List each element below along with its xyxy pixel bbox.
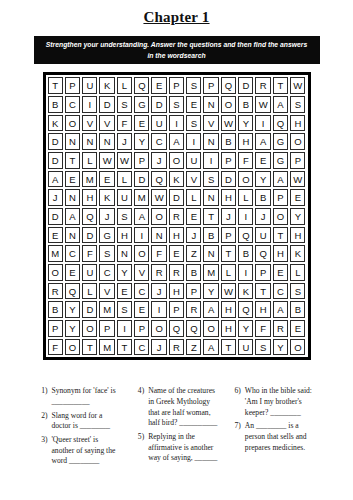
grid-cell: E — [186, 96, 201, 113]
grid-cell: A — [203, 301, 218, 318]
grid-cell: A — [48, 171, 63, 188]
question-text: Replying in the affirmative is another w… — [148, 432, 218, 464]
grid-cell: J — [151, 152, 166, 169]
grid-cell: P — [134, 152, 149, 169]
grid-cell: I — [82, 96, 97, 113]
grid-cell: I — [151, 301, 166, 318]
grid-cell: E — [169, 245, 184, 262]
grid-cell: O — [290, 339, 305, 356]
grid-cell: L — [186, 189, 201, 206]
grid-cell: I — [169, 115, 184, 132]
grid-cell: S — [255, 339, 270, 356]
grid-cell: E — [65, 264, 80, 281]
grid-cell: C — [65, 96, 80, 113]
grid-cell: V — [99, 283, 114, 300]
grid-cell: I — [117, 320, 132, 337]
grid-cell: W — [221, 283, 236, 300]
grid-cell: P — [203, 77, 218, 94]
grid-cell: T — [273, 77, 288, 94]
grid-cell: O — [134, 245, 149, 262]
grid-cell: T — [82, 339, 97, 356]
grid-cell: R — [48, 283, 63, 300]
grid-cell: F — [48, 339, 63, 356]
grid-cell: Q — [151, 171, 166, 188]
grid-cell: D — [48, 152, 63, 169]
question-item: 4)Name of the creatures in Greek Mytholo… — [135, 386, 218, 429]
grid-cell: S — [186, 115, 201, 132]
grid-cell: F — [255, 320, 270, 337]
grid-cell: R — [273, 320, 288, 337]
grid-cell: D — [169, 189, 184, 206]
grid-cell: V — [134, 264, 149, 281]
wordsearch-grid: TPUKLQEPSPQDRTWBCIDSGDSENOBWASKOVVFEUISV… — [43, 72, 311, 360]
grid-cell: R — [151, 264, 166, 281]
grid-cell: C — [134, 283, 149, 300]
grid-cell: J — [221, 208, 236, 225]
grid-cell: Q — [186, 320, 201, 337]
grid-cell: W — [117, 152, 132, 169]
question-item: 3)'Queer street' is another of saying th… — [39, 435, 122, 467]
grid-cell: H — [169, 227, 184, 244]
question-item: 1)Synonym for 'face' is __________ — [39, 386, 122, 407]
grid-cell: D — [48, 133, 63, 150]
question-number: 5) — [135, 432, 144, 464]
grid-cell: Q — [255, 245, 270, 262]
grid-cell: Y — [65, 320, 80, 337]
grid-cell: H — [169, 283, 184, 300]
grid-cell: F — [82, 245, 97, 262]
grid-cell: R — [255, 77, 270, 94]
grid-cell: I — [186, 133, 201, 150]
grid-cell: K — [48, 115, 63, 132]
grid-cell: Z — [186, 245, 201, 262]
grid-cell: V — [82, 115, 97, 132]
grid-cell: B — [48, 96, 63, 113]
grid-cell: K — [99, 77, 114, 94]
grid-cell: A — [273, 171, 288, 188]
question-item: 2)Slang word for a doctor is ________ — [39, 411, 122, 432]
grid-cell: H — [238, 133, 253, 150]
grid-cell: S — [186, 77, 201, 94]
grid-cell: M — [134, 189, 149, 206]
grid-cell: P — [290, 152, 305, 169]
grid-cell: U — [186, 152, 201, 169]
grid-cell: K — [169, 171, 184, 188]
grid-cell: H — [117, 227, 132, 244]
grid-cell: S — [290, 283, 305, 300]
question-number: 3) — [39, 435, 48, 467]
grid-cell: C — [99, 264, 114, 281]
grid-cell: L — [117, 171, 132, 188]
grid-cell: A — [255, 133, 270, 150]
grid-cell: B — [186, 264, 201, 281]
grid-cell: H — [221, 189, 236, 206]
grid-cell: E — [48, 227, 63, 244]
grid-cell: P — [273, 189, 288, 206]
grid-cell: Y — [255, 171, 270, 188]
grid-cell: P — [65, 77, 80, 94]
grid-cell: G — [273, 152, 288, 169]
grid-cell: K — [290, 245, 305, 262]
grid-cell: P — [169, 77, 184, 94]
grid-cell: B — [238, 245, 253, 262]
grid-cell: Y — [134, 133, 149, 150]
grid-cell: D — [238, 77, 253, 94]
grid-cell: D — [221, 171, 236, 188]
grid-cell: Q — [134, 77, 149, 94]
grid-cell: H — [221, 320, 236, 337]
grid-cell: A — [273, 96, 288, 113]
grid-cell: I — [134, 227, 149, 244]
grid-cell: U — [255, 227, 270, 244]
grid-cell: S — [99, 245, 114, 262]
grid-cell: W — [221, 115, 236, 132]
grid-cell: E — [134, 301, 149, 318]
grid-cell: C — [65, 245, 80, 262]
grid-cell: N — [117, 245, 132, 262]
grid-cell: D — [48, 208, 63, 225]
instruction-banner: Strengthen your understanding. Answer th… — [34, 36, 320, 64]
question-item: 5)Replying in the affirmative is another… — [135, 432, 218, 464]
grid-cell: K — [238, 283, 253, 300]
grid-cell: Q — [221, 77, 236, 94]
grid-cell: T — [117, 339, 132, 356]
grid-cell: B — [255, 189, 270, 206]
grid-cell: B — [238, 96, 253, 113]
grid-cell: N — [203, 189, 218, 206]
grid-cell: W — [290, 171, 305, 188]
question-item: 6)Who in the bible said: 'Am I my brothe… — [232, 386, 315, 418]
questions-col1: 1)Synonym for 'face' is __________2)Slan… — [39, 386, 122, 469]
grid-cell: D — [99, 96, 114, 113]
grid-cell: A — [169, 133, 184, 150]
grid-cell: M — [99, 301, 114, 318]
grid-cell: P — [99, 320, 114, 337]
grid-cell: D — [134, 171, 149, 188]
grid-cell: L — [238, 189, 253, 206]
grid-cell: D — [82, 227, 97, 244]
grid-cell: N — [65, 189, 80, 206]
grid-cell: O — [151, 320, 166, 337]
questions-section: 1)Synonym for 'face' is __________2)Slan… — [39, 386, 315, 469]
grid-cell: F — [238, 152, 253, 169]
grid-cell: L — [221, 264, 236, 281]
grid-cell: F — [117, 115, 132, 132]
grid-cell: J — [48, 189, 63, 206]
grid-cell: Q — [238, 301, 253, 318]
grid-cell: R — [169, 264, 184, 281]
grid-cell: N — [65, 227, 80, 244]
grid-cell: A — [273, 301, 288, 318]
grid-cell: P — [221, 227, 236, 244]
grid-cell: H — [221, 301, 236, 318]
grid-cell: G — [134, 96, 149, 113]
grid-cell: I — [238, 208, 253, 225]
grid-cell: O — [238, 171, 253, 188]
grid-cell: J — [117, 133, 132, 150]
grid-cell: W — [255, 96, 270, 113]
grid-cell: O — [169, 152, 184, 169]
question-item: 7)An ________ is a person that sells and… — [232, 421, 315, 453]
grid-cell: Q — [82, 208, 97, 225]
grid-cell: P — [255, 264, 270, 281]
grid-cell: O — [48, 264, 63, 281]
grid-cell: J — [151, 339, 166, 356]
grid-cell: A — [134, 208, 149, 225]
grid-cell: N — [99, 133, 114, 150]
grid-cell: T — [221, 339, 236, 356]
grid-cell: O — [65, 115, 80, 132]
grid-cell: O — [273, 208, 288, 225]
instruction-text: Strengthen your understanding. Answer th… — [43, 39, 311, 61]
questions-col3: 6)Who in the bible said: 'Am I my brothe… — [232, 386, 315, 469]
grid-cell: T — [273, 227, 288, 244]
grid-cell: O — [221, 96, 236, 113]
grid-cell: Y — [65, 301, 80, 318]
grid-cell: A — [203, 339, 218, 356]
grid-cell: R — [169, 208, 184, 225]
grid-cell: H — [82, 189, 97, 206]
question-number: 6) — [232, 386, 241, 418]
grid-cell: N — [151, 227, 166, 244]
grid-cell: O — [290, 133, 305, 150]
grid-cell: Y — [117, 264, 132, 281]
grid-cell: S — [117, 208, 132, 225]
grid-cell: J — [151, 283, 166, 300]
grid-cell: E — [151, 77, 166, 94]
question-text: Slang word for a doctor is ________ — [52, 411, 122, 432]
grid-cell: E — [186, 208, 201, 225]
grid-cell: U — [238, 339, 253, 356]
grid-cell: P — [48, 320, 63, 337]
grid-cell: U — [82, 264, 97, 281]
grid-cell: M — [48, 245, 63, 262]
grid-cell: V — [203, 115, 218, 132]
grid-cell: E — [117, 283, 132, 300]
question-text: Synonym for 'face' is __________ — [52, 386, 122, 407]
grid-cell: N — [203, 133, 218, 150]
grid-cell: H — [273, 245, 288, 262]
grid-cell: E — [290, 189, 305, 206]
grid-cell: T — [221, 245, 236, 262]
grid-cell: P — [186, 283, 201, 300]
grid-cell: W — [290, 77, 305, 94]
grid-cell: I — [255, 115, 270, 132]
grid-cell: I — [203, 152, 218, 169]
grid-cell: O — [203, 320, 218, 337]
grid-cell: J — [255, 208, 270, 225]
grid-cell: T — [48, 77, 63, 94]
question-text: Who in the bible said: 'Am I my brother'… — [245, 386, 315, 418]
grid-cell: B — [221, 133, 236, 150]
grid-cell: P — [134, 320, 149, 337]
grid-cell: Y — [290, 208, 305, 225]
grid-cell: O — [151, 208, 166, 225]
grid-cell: D — [151, 96, 166, 113]
grid-cell: Y — [273, 339, 288, 356]
question-number: 2) — [39, 411, 48, 432]
grid-cell: Q — [169, 320, 184, 337]
grid-cell: N — [203, 245, 218, 262]
grid-cell: G — [273, 133, 288, 150]
grid-cell: E — [273, 264, 288, 281]
grid-cell: R — [186, 301, 201, 318]
grid-cell: U — [117, 189, 132, 206]
grid-cell: M — [203, 264, 218, 281]
grid-cell: H — [255, 301, 270, 318]
grid-cell: T — [65, 152, 80, 169]
grid-cell: V — [186, 171, 201, 188]
grid-cell: O — [82, 320, 97, 337]
grid-cell: M — [82, 171, 97, 188]
grid-cell: S — [117, 301, 132, 318]
grid-cell: P — [169, 301, 184, 318]
grid-cell: M — [99, 339, 114, 356]
grid-cell: Y — [238, 115, 253, 132]
grid-cell: N — [65, 133, 80, 150]
grid-cell: O — [65, 339, 80, 356]
grid-cell: H — [290, 227, 305, 244]
grid-cell: W — [151, 189, 166, 206]
grid-cell: J — [186, 227, 201, 244]
grid-cell: Q — [65, 283, 80, 300]
grid-cell: P — [221, 152, 236, 169]
grid-cell: S — [203, 171, 218, 188]
grid-cell: J — [99, 208, 114, 225]
grid-cell: B — [48, 301, 63, 318]
grid-cell: N — [82, 133, 97, 150]
questions-col2: 4)Name of the creatures in Greek Mytholo… — [135, 386, 218, 469]
grid-cell: H — [290, 115, 305, 132]
grid-cell: U — [82, 77, 97, 94]
grid-cell: A — [65, 208, 80, 225]
grid-cell: T — [203, 208, 218, 225]
grid-cell: C — [151, 133, 166, 150]
question-text: 'Queer street' is another of saying the … — [52, 435, 122, 467]
question-text: An ________ is a person that sells and p… — [245, 421, 315, 453]
grid-cell: G — [99, 227, 114, 244]
grid-cell: Z — [186, 339, 201, 356]
grid-cell: D — [82, 301, 97, 318]
grid-cell: I — [238, 264, 253, 281]
question-number: 4) — [135, 386, 144, 429]
grid-cell: C — [134, 339, 149, 356]
grid-cell: B — [290, 301, 305, 318]
grid-cell: C — [273, 283, 288, 300]
question-text: Name of the creatures in Greek Mythology… — [148, 386, 218, 429]
grid-cell: L — [82, 283, 97, 300]
grid-cell: E — [65, 171, 80, 188]
grid-cell: Q — [238, 227, 253, 244]
question-number: 7) — [232, 421, 241, 453]
grid-cell: E — [134, 115, 149, 132]
grid-cell: Y — [203, 283, 218, 300]
grid-cell: N — [203, 96, 218, 113]
grid-cell: V — [99, 115, 114, 132]
question-number: 1) — [39, 386, 48, 407]
grid-cell: E — [290, 320, 305, 337]
grid-cell: S — [290, 96, 305, 113]
grid-cell: S — [117, 96, 132, 113]
grid-cell: U — [151, 115, 166, 132]
grid-cell: S — [169, 96, 184, 113]
grid-cell: B — [203, 227, 218, 244]
grid-cell: Q — [273, 115, 288, 132]
grid-cell: W — [99, 152, 114, 169]
grid-cell: Y — [238, 320, 253, 337]
grid-cell: T — [255, 283, 270, 300]
grid-cell: L — [117, 77, 132, 94]
grid-cell: K — [99, 189, 114, 206]
grid-cell: E — [99, 171, 114, 188]
grid-cell: R — [169, 339, 184, 356]
grid-cell: F — [151, 245, 166, 262]
grid-cell: L — [82, 152, 97, 169]
grid-cell: L — [290, 264, 305, 281]
grid-cell: E — [255, 152, 270, 169]
page-title: Chapter 1 — [0, 9, 353, 26]
